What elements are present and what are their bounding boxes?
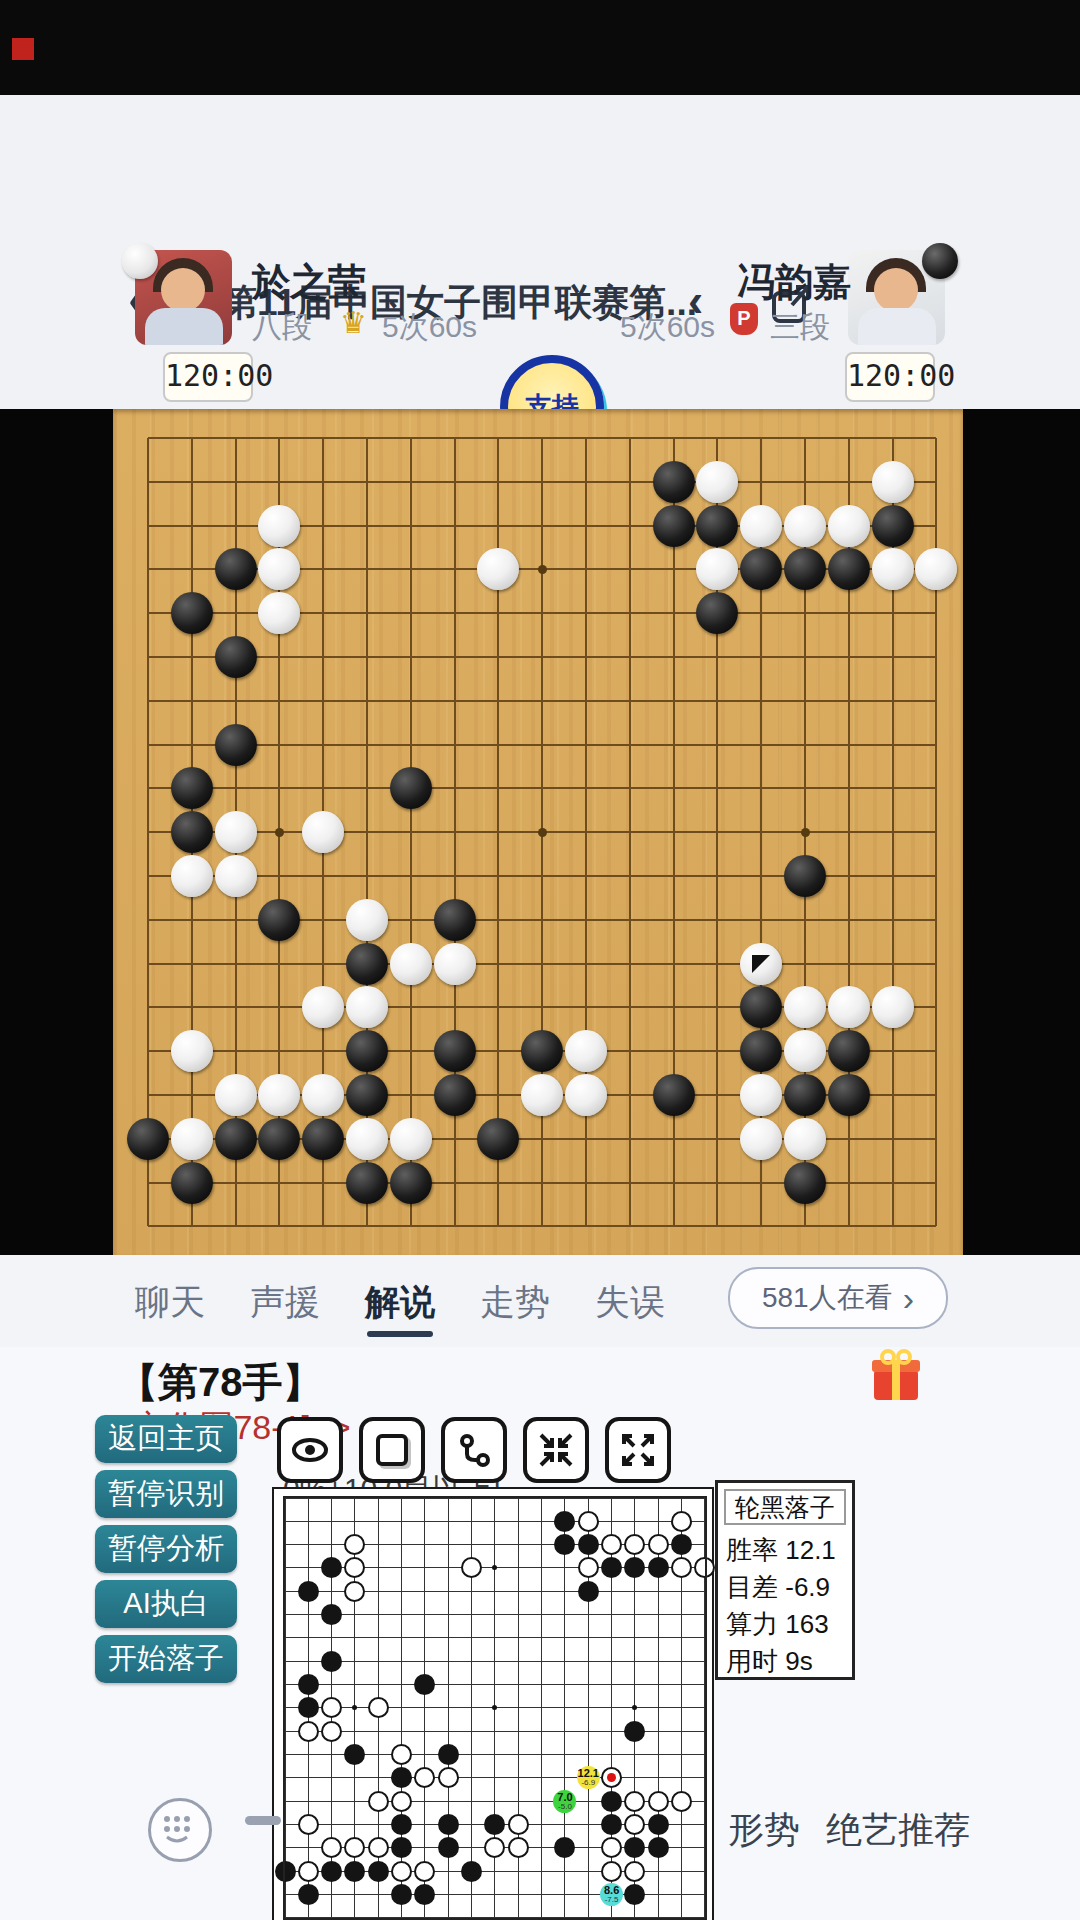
stone-black (740, 548, 782, 590)
p-shield-icon: P (730, 303, 758, 335)
side-button-2[interactable]: 暂停识别 (95, 1470, 237, 1518)
stone-black (784, 1074, 826, 1116)
stone-white (215, 1074, 257, 1116)
stone-white (696, 461, 738, 503)
black-stone-badge (922, 243, 958, 279)
stone-white (390, 1118, 432, 1160)
expand-button[interactable] (605, 1417, 671, 1483)
stone-white (828, 986, 870, 1028)
stone-white (215, 811, 257, 853)
stone-white (171, 1118, 213, 1160)
stone-black (171, 811, 213, 853)
player-left-rank: 八段 (252, 307, 312, 348)
collapse-button[interactable] (523, 1417, 589, 1483)
stone-black (215, 636, 257, 678)
player-left-name: 於之莹 (252, 257, 366, 308)
stone-white (346, 899, 388, 941)
star-point (538, 828, 547, 837)
player-right-rank: 三段 (770, 307, 830, 348)
stone-white (258, 505, 300, 547)
side-button-4[interactable]: AI执白 (95, 1580, 237, 1628)
stone-black (740, 1030, 782, 1072)
stone-black (872, 505, 914, 547)
stone-black (258, 899, 300, 941)
last-move-marker (752, 955, 770, 973)
stone-white (215, 855, 257, 897)
stone-white (302, 986, 344, 1028)
stone-white (434, 943, 476, 985)
side-button-5[interactable]: 开始落子 (95, 1635, 237, 1683)
stone-black (434, 899, 476, 941)
stone-black (215, 1118, 257, 1160)
stone-black (696, 592, 738, 634)
drag-handle[interactable] (245, 1816, 281, 1825)
stone-black (346, 1074, 388, 1116)
stone-black (390, 767, 432, 809)
player-right-name: 冯韵嘉 (737, 257, 851, 308)
stone-black (784, 1162, 826, 1204)
stone-black (521, 1030, 563, 1072)
stone-black (740, 986, 782, 1028)
stone-white (872, 986, 914, 1028)
stone-black (434, 1074, 476, 1116)
stop-square-button[interactable] (359, 1417, 425, 1483)
stone-black (171, 1162, 213, 1204)
stone-white (565, 1074, 607, 1116)
ai-panel: 轮黑落子 胜率 12.1目差 -6.9算力 163用时 9s (715, 1480, 855, 1680)
board-frame (283, 1496, 707, 1920)
situation-button[interactable]: 形势 (728, 1806, 800, 1855)
side-button-1[interactable]: 返回主页 (95, 1415, 237, 1463)
stone-white (740, 1118, 782, 1160)
tab-bar: 581人在看 › 聊天声援解说走势失误 (0, 1255, 1080, 1347)
branch-button[interactable] (441, 1417, 507, 1483)
stone-black (434, 1030, 476, 1072)
video-frame (0, 409, 1080, 1255)
stone-black (346, 943, 388, 985)
stone-white (258, 1074, 300, 1116)
stone-black (346, 1162, 388, 1204)
stone-white (696, 548, 738, 590)
stone-black (390, 1162, 432, 1204)
star-point (801, 828, 810, 837)
stone-white (872, 461, 914, 503)
stone-white (258, 592, 300, 634)
stone-black (653, 461, 695, 503)
stone-black (828, 1074, 870, 1116)
stone-black (346, 1030, 388, 1072)
stone-white (258, 548, 300, 590)
stone-black (784, 548, 826, 590)
viewers-pill[interactable]: 581人在看 › (728, 1267, 948, 1329)
stone-white (390, 943, 432, 985)
tab-2[interactable]: 声援 (250, 1279, 320, 1326)
stone-black (784, 855, 826, 897)
stone-white (784, 1030, 826, 1072)
stone-white (784, 1118, 826, 1160)
star-point (538, 565, 547, 574)
stone-black (828, 1030, 870, 1072)
gift-icon[interactable] (868, 1348, 924, 1404)
tab-4[interactable]: 走势 (480, 1279, 550, 1326)
stone-white (346, 1118, 388, 1160)
stone-black (215, 724, 257, 766)
stone-black (215, 548, 257, 590)
stone-white (565, 1030, 607, 1072)
ai-stat-4: 用时 9s (726, 1644, 813, 1679)
stone-white (740, 505, 782, 547)
star-point (275, 828, 284, 837)
stone-white (171, 855, 213, 897)
side-button-3[interactable]: 暂停分析 (95, 1525, 237, 1573)
ai-turn-label: 轮黑落子 (724, 1489, 846, 1525)
chevron-right-icon: › (903, 1279, 914, 1318)
stone-white (740, 1074, 782, 1116)
stone-white (784, 986, 826, 1028)
stone-black (828, 548, 870, 590)
stone-white (302, 1074, 344, 1116)
ai-stat-3: 算力 163 (726, 1607, 829, 1642)
stone-black (653, 505, 695, 547)
tab-3[interactable]: 解说 (365, 1279, 435, 1326)
stone-white (346, 986, 388, 1028)
stone-white (521, 1074, 563, 1116)
stone-black (696, 505, 738, 547)
player-right-clock: 120:00 (845, 352, 935, 402)
stone-white (872, 548, 914, 590)
stone-white (784, 505, 826, 547)
ai-stat-1: 胜率 12.1 (726, 1533, 836, 1568)
stone-white (477, 548, 519, 590)
tab-1[interactable]: 聊天 (135, 1279, 205, 1326)
stone-black (171, 592, 213, 634)
ai-recommend-button[interactable]: 绝艺推荐 (826, 1806, 970, 1855)
commentary-section: 【第78手】 [变化图78-1]>> 0%+10.0目以上] 返回主页暂停识别暂… (0, 1347, 1080, 1920)
emoji-button[interactable] (148, 1798, 212, 1862)
move-heading: 【第78手】 (118, 1355, 323, 1410)
stone-black (258, 1118, 300, 1160)
player-right-byoyomi: 5次60s (620, 307, 715, 348)
tab-underline (367, 1331, 433, 1337)
stone-white (302, 811, 344, 853)
stone-black (127, 1118, 169, 1160)
player-left-byoyomi: 5次60s (382, 307, 477, 348)
ai-stat-2: 目差 -6.9 (726, 1570, 830, 1605)
header: ‹ 第11届中国女子围甲联赛第... ‹ 於之莹 八段 ♛ 5次60s 120:… (0, 95, 1080, 409)
stone-black (653, 1074, 695, 1116)
stone-white (915, 548, 957, 590)
viewers-count: 581人在看 (762, 1279, 893, 1317)
tab-5[interactable]: 失误 (595, 1279, 665, 1326)
record-indicator-icon (12, 38, 34, 60)
stone-white (171, 1030, 213, 1072)
crown-icon: ♛ (340, 305, 367, 340)
player-left-clock: 120:00 (163, 352, 253, 402)
stone-black (477, 1118, 519, 1160)
stone-white (828, 505, 870, 547)
analysis-board[interactable]: 12.1-6.97.0-5.08.6-7.5 (272, 1487, 714, 1920)
stone-black (171, 767, 213, 809)
white-stone-badge (122, 243, 158, 279)
eye-toggle-button[interactable] (277, 1417, 343, 1483)
go-board[interactable] (113, 409, 963, 1255)
status-bar (0, 0, 1080, 95)
stone-black (302, 1118, 344, 1160)
